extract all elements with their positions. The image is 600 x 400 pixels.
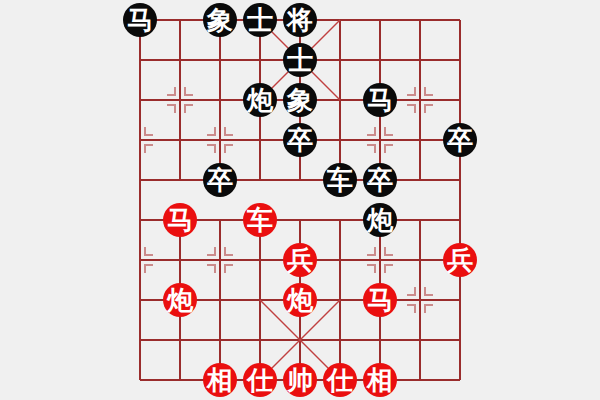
- black-horse[interactable]: 马: [123, 3, 157, 37]
- red-general[interactable]: 帅: [283, 363, 317, 397]
- red-elephant[interactable]: 相: [363, 363, 397, 397]
- pieces-layer: 马象士将士炮象马卒卒卒车卒马车炮兵兵炮炮马相仕帅仕相: [120, 0, 480, 400]
- black-soldier[interactable]: 卒: [363, 163, 397, 197]
- black-chariot[interactable]: 车: [323, 163, 357, 197]
- black-elephant[interactable]: 象: [203, 3, 237, 37]
- black-soldier[interactable]: 卒: [283, 123, 317, 157]
- black-advisor[interactable]: 士: [243, 3, 277, 37]
- red-horse[interactable]: 马: [163, 203, 197, 237]
- red-horse[interactable]: 马: [363, 283, 397, 317]
- red-soldier[interactable]: 兵: [443, 243, 477, 277]
- xiangqi-app: 马象士将士炮象马卒卒卒车卒马车炮兵兵炮炮马相仕帅仕相: [0, 0, 600, 400]
- red-advisor[interactable]: 仕: [243, 363, 277, 397]
- black-advisor[interactable]: 士: [283, 43, 317, 77]
- black-general[interactable]: 将: [283, 3, 317, 37]
- red-elephant[interactable]: 相: [203, 363, 237, 397]
- red-cannon[interactable]: 炮: [163, 283, 197, 317]
- red-advisor[interactable]: 仕: [323, 363, 357, 397]
- red-soldier[interactable]: 兵: [283, 243, 317, 277]
- black-horse[interactable]: 马: [363, 83, 397, 117]
- black-soldier[interactable]: 卒: [443, 123, 477, 157]
- black-cannon[interactable]: 炮: [363, 203, 397, 237]
- black-elephant[interactable]: 象: [283, 83, 317, 117]
- black-cannon[interactable]: 炮: [243, 83, 277, 117]
- red-cannon[interactable]: 炮: [283, 283, 317, 317]
- red-chariot[interactable]: 车: [243, 203, 277, 237]
- black-soldier[interactable]: 卒: [203, 163, 237, 197]
